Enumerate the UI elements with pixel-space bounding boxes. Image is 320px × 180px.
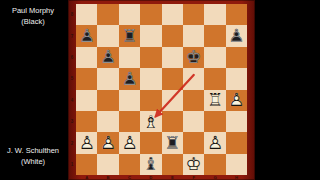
square-a2: ♟♙ — [76, 132, 97, 153]
rank-label-6: 6 — [68, 47, 76, 68]
square-c2: ♟♙ — [119, 132, 140, 153]
square-e6 — [162, 47, 183, 68]
square-c5: ♟♙ — [119, 68, 140, 89]
white-pawn: ♟♙ — [226, 90, 247, 111]
square-b3 — [97, 111, 118, 132]
black-pawn: ♟♙ — [76, 25, 97, 46]
square-h4: ♟♙ — [226, 90, 247, 111]
file-label-h: H — [226, 175, 247, 180]
rank-label-5: 5 — [68, 68, 76, 89]
white-pawn: ♟♙ — [76, 132, 97, 153]
square-b4 — [97, 90, 118, 111]
square-a7: ♟♙ — [76, 25, 97, 46]
square-b5 — [97, 68, 118, 89]
square-a6 — [76, 47, 97, 68]
square-h7: ♟♙ — [226, 25, 247, 46]
square-e5 — [162, 68, 183, 89]
square-d7 — [140, 25, 161, 46]
square-d5 — [140, 68, 161, 89]
white-pawn: ♟♙ — [204, 132, 225, 153]
square-e2: ♜♖ — [162, 132, 183, 153]
rank-label-1: 1 — [68, 154, 76, 175]
board-squares: ♟♙♜♖♟♙♟♙♚♔♟♙♜♖♟♙♝♗♟♙♟♙♟♙♜♖♟♙♝♗♚♔ — [76, 4, 247, 175]
square-f3 — [183, 111, 204, 132]
black-bishop: ♝♗ — [140, 154, 161, 175]
white-rook: ♜♖ — [204, 90, 225, 111]
square-e3 — [162, 111, 183, 132]
square-g3 — [204, 111, 225, 132]
black-pawn: ♟♙ — [226, 25, 247, 46]
square-g2: ♟♙ — [204, 132, 225, 153]
player-white-name: J. W. Schulthen — [0, 146, 66, 157]
rank-label-4: 4 — [68, 90, 76, 111]
square-g1 — [204, 154, 225, 175]
square-c8 — [119, 4, 140, 25]
square-f8 — [183, 4, 204, 25]
square-g4: ♜♖ — [204, 90, 225, 111]
black-king: ♚♔ — [183, 47, 204, 68]
square-a1 — [76, 154, 97, 175]
file-label-f: F — [183, 175, 204, 180]
square-h2 — [226, 132, 247, 153]
square-e1 — [162, 154, 183, 175]
rank-label-2: 2 — [68, 132, 76, 153]
square-g7 — [204, 25, 225, 46]
square-g6 — [204, 47, 225, 68]
rank-label-3: 3 — [68, 111, 76, 132]
square-e4 — [162, 90, 183, 111]
square-f6: ♚♔ — [183, 47, 204, 68]
file-label-c: C — [119, 175, 140, 180]
player-white-label: J. W. Schulthen (White) — [0, 146, 66, 167]
square-e8 — [162, 4, 183, 25]
chess-board: ♟♙♜♖♟♙♟♙♚♔♟♙♜♖♟♙♝♗♟♙♟♙♟♙♜♖♟♙♝♗♚♔ 8765432… — [68, 0, 255, 180]
file-label-e: E — [162, 175, 183, 180]
square-a3 — [76, 111, 97, 132]
player-black-name: Paul Morphy — [0, 6, 66, 17]
square-b1 — [97, 154, 118, 175]
player-black-side: (Black) — [0, 17, 66, 28]
rank-label-7: 7 — [68, 25, 76, 46]
square-g8 — [204, 4, 225, 25]
square-c7: ♜♖ — [119, 25, 140, 46]
square-c3 — [119, 111, 140, 132]
square-b7 — [97, 25, 118, 46]
white-pawn: ♟♙ — [119, 132, 140, 153]
player-white-side: (White) — [0, 157, 66, 168]
square-b8 — [97, 4, 118, 25]
square-h3 — [226, 111, 247, 132]
square-e7 — [162, 25, 183, 46]
rank-label-8: 8 — [68, 4, 76, 25]
square-b6: ♟♙ — [97, 47, 118, 68]
square-f2 — [183, 132, 204, 153]
square-d1: ♝♗ — [140, 154, 161, 175]
square-h8 — [226, 4, 247, 25]
black-rook: ♜♖ — [162, 132, 183, 153]
square-d2 — [140, 132, 161, 153]
square-a8 — [76, 4, 97, 25]
square-h6 — [226, 47, 247, 68]
black-rook: ♜♖ — [119, 25, 140, 46]
square-c6 — [119, 47, 140, 68]
square-f5 — [183, 68, 204, 89]
white-pawn: ♟♙ — [97, 132, 118, 153]
black-pawn: ♟♙ — [97, 47, 118, 68]
square-d4 — [140, 90, 161, 111]
square-a5 — [76, 68, 97, 89]
square-a4 — [76, 90, 97, 111]
square-c1 — [119, 154, 140, 175]
file-label-b: B — [97, 175, 118, 180]
square-h1 — [226, 154, 247, 175]
square-f1: ♚♔ — [183, 154, 204, 175]
player-black-label: Paul Morphy (Black) — [0, 6, 66, 27]
square-f4 — [183, 90, 204, 111]
file-label-a: A — [76, 175, 97, 180]
file-label-d: D — [140, 175, 161, 180]
black-pawn: ♟♙ — [119, 68, 140, 89]
square-f7 — [183, 25, 204, 46]
file-label-g: G — [204, 175, 225, 180]
square-h5 — [226, 68, 247, 89]
square-b2: ♟♙ — [97, 132, 118, 153]
square-d8 — [140, 4, 161, 25]
white-bishop: ♝♗ — [140, 111, 161, 132]
square-d6 — [140, 47, 161, 68]
square-d3: ♝♗ — [140, 111, 161, 132]
square-c4 — [119, 90, 140, 111]
square-g5 — [204, 68, 225, 89]
white-king: ♚♔ — [183, 154, 204, 175]
